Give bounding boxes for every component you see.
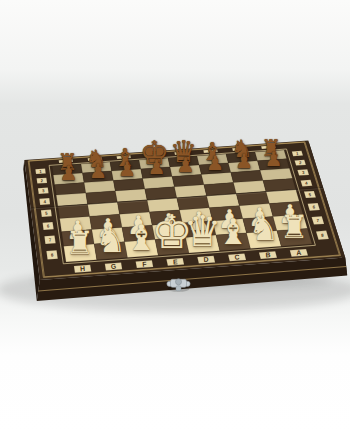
label-file-g-front: G	[111, 263, 117, 270]
piece-light-knight-b8[interactable]: ♞	[248, 212, 279, 247]
piece-dark-pawn-d2[interactable]: ♟	[177, 155, 195, 175]
piece-light-king-e8[interactable]: ♚	[151, 209, 192, 255]
product-photo-stage: HGFEDCBAHGFEDCBA1234567812345678 ♜♞♝♛♚♝♞…	[0, 0, 350, 433]
piece-dark-pawn-e2[interactable]: ♟	[147, 157, 165, 177]
piece-light-rook-a8[interactable]: ♜	[280, 212, 309, 244]
label-file-c-front: C	[234, 254, 239, 261]
label-file-b-front: B	[265, 251, 270, 258]
piece-light-knight-g8[interactable]: ♞	[95, 223, 126, 258]
label-file-h-front: H	[80, 265, 85, 272]
label-file-f-front: F	[142, 260, 147, 267]
label-file-a-front: A	[296, 249, 301, 256]
label-file-d-front: D	[203, 256, 208, 263]
piece-dark-pawn-g2[interactable]: ♟	[89, 161, 107, 181]
clasp-latch	[167, 279, 190, 292]
piece-dark-pawn-a2[interactable]: ♟	[264, 148, 282, 168]
piece-light-bishop-f8[interactable]: ♝	[125, 220, 157, 255]
piece-light-bishop-c8[interactable]: ♝	[217, 213, 249, 248]
piece-dark-pawn-c2[interactable]: ♟	[206, 153, 224, 173]
piece-dark-pawn-h2[interactable]: ♟	[60, 163, 78, 183]
piece-dark-pawn-f2[interactable]: ♟	[118, 159, 136, 179]
piece-dark-pawn-b2[interactable]: ♟	[235, 150, 253, 170]
piece-light-rook-h8[interactable]: ♜	[66, 227, 95, 259]
